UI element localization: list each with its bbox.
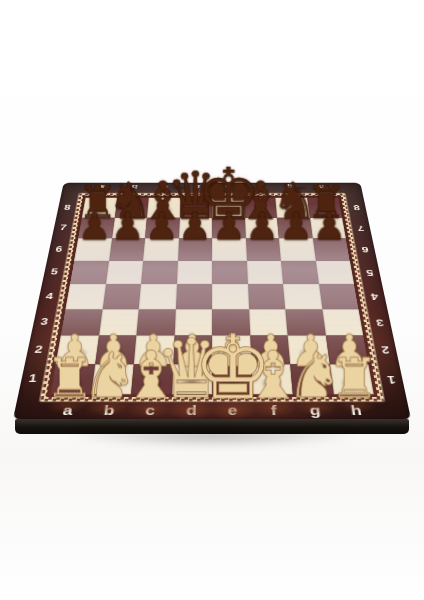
- square-e1: ♚: [212, 364, 252, 394]
- square-h8: ♜: [307, 198, 342, 218]
- square-g4: [283, 284, 322, 309]
- file-label-b: b: [87, 402, 130, 419]
- square-e5: [212, 261, 248, 284]
- rank-label-6: 6: [49, 238, 69, 260]
- square-d4: [175, 284, 212, 309]
- file-label-f: f: [243, 183, 275, 190]
- square-a7: ♟: [78, 217, 114, 238]
- square-a2: ♟: [56, 336, 99, 364]
- square-h6: [312, 238, 349, 260]
- rank-label-8: 8: [347, 198, 365, 218]
- rank-label-5: 5: [360, 260, 381, 283]
- square-f3: [249, 309, 288, 336]
- square-g1: ♞: [290, 364, 333, 394]
- square-a1: ♜: [50, 364, 95, 394]
- inner-border-gap: ♜♞♝♛♚♝♞♜♟♟♟♟♟♟♟♟♟♟♟♟♟♟♟♟♜♞♝♛♚♝♞♜: [46, 196, 377, 397]
- file-labels-top: abcdefgh: [87, 183, 337, 190]
- square-h1: ♜: [329, 364, 374, 394]
- square-d7: ♟: [179, 217, 212, 238]
- file-label-c: c: [149, 183, 181, 190]
- square-c2: ♟: [134, 336, 174, 364]
- rank-label-5: 5: [44, 260, 65, 283]
- square-h2: ♟: [325, 336, 368, 364]
- square-d5: [177, 261, 213, 284]
- square-a4: [66, 284, 106, 309]
- square-d6: [178, 238, 212, 260]
- piece-white-pawn: ♟: [133, 332, 173, 370]
- square-b8: ♞: [114, 198, 148, 218]
- square-a3: [61, 309, 102, 336]
- file-labels-bottom: abcdefgh: [46, 402, 378, 419]
- file-label-e: e: [212, 402, 254, 419]
- square-f8: ♝: [244, 198, 277, 218]
- file-label-d: d: [170, 402, 212, 419]
- square-h5: [315, 261, 354, 284]
- chessboard: abcdefgh abcdefgh 87654321 87654321 ♜♞♝♛…: [13, 183, 411, 420]
- rank-label-7: 7: [54, 217, 73, 238]
- square-h4: [319, 284, 359, 309]
- file-label-d: d: [181, 183, 212, 190]
- square-d8: ♛: [179, 198, 212, 218]
- rank-label-3: 3: [369, 309, 391, 336]
- piece-white-pawn: ♟: [212, 332, 252, 370]
- square-b6: [109, 238, 145, 260]
- board-shadow: [6, 431, 418, 453]
- photo-background: Standard chess starting position; dark w…: [0, 0, 424, 600]
- mosaic-inlay-border: ♜♞♝♛♚♝♞♜♟♟♟♟♟♟♟♟♟♟♟♟♟♟♟♟♜♞♝♛♚♝♞♜: [40, 193, 384, 401]
- rank-label-2: 2: [27, 335, 50, 363]
- file-label-a: a: [87, 183, 119, 190]
- square-f6: [245, 238, 280, 260]
- square-c4: [139, 284, 177, 309]
- square-d3: [174, 309, 212, 336]
- square-d2: ♟: [173, 336, 212, 364]
- square-h3: [322, 309, 363, 336]
- square-f5: [246, 261, 283, 284]
- square-g7: ♟: [277, 217, 312, 238]
- square-g2: ♟: [288, 336, 330, 364]
- file-label-b: b: [118, 183, 150, 190]
- square-h7: ♟: [310, 217, 346, 238]
- square-b3: [99, 309, 139, 336]
- square-e4: [212, 284, 249, 309]
- file-label-a: a: [46, 402, 90, 419]
- square-e6: [212, 238, 246, 260]
- square-c3: [136, 309, 175, 336]
- square-c8: ♝: [147, 198, 180, 218]
- rank-label-6: 6: [355, 238, 375, 260]
- file-label-h: h: [334, 402, 378, 419]
- square-g6: [279, 238, 315, 260]
- square-f4: [248, 284, 286, 309]
- piece-white-pawn: ♟: [94, 332, 134, 370]
- square-b7: ♟: [112, 217, 147, 238]
- file-label-c: c: [129, 402, 171, 419]
- board-grid: ♜♞♝♛♚♝♞♜♟♟♟♟♟♟♟♟♟♟♟♟♟♟♟♟♜♞♝♛♚♝♞♜: [50, 198, 374, 395]
- square-f7: ♟: [245, 217, 279, 238]
- square-b4: [102, 284, 141, 309]
- square-c6: [143, 238, 178, 260]
- file-label-e: e: [212, 183, 243, 190]
- piece-white-pawn: ♟: [55, 332, 95, 370]
- file-label-g: g: [294, 402, 337, 419]
- rank-label-8: 8: [58, 198, 76, 218]
- square-b5: [106, 261, 144, 284]
- square-f2: ♟: [250, 336, 290, 364]
- rank-label-1: 1: [379, 364, 403, 394]
- piece-white-pawn: ♟: [251, 332, 291, 370]
- square-d1: ♛: [172, 364, 212, 394]
- square-e2: ♟: [212, 336, 251, 364]
- piece-white-pawn: ♟: [172, 332, 212, 370]
- square-g5: [281, 261, 319, 284]
- square-b2: ♟: [95, 336, 137, 364]
- square-e8: ♚: [212, 198, 245, 218]
- rank-label-4: 4: [39, 284, 60, 309]
- rank-label-4: 4: [364, 284, 385, 309]
- chessboard-scene: abcdefgh abcdefgh 87654321 87654321 ♜♞♝♛…: [42, 114, 382, 454]
- file-label-f: f: [253, 402, 295, 419]
- rank-label-2: 2: [374, 335, 397, 363]
- square-c7: ♟: [145, 217, 179, 238]
- square-a8: ♜: [82, 198, 117, 218]
- square-a6: [74, 238, 111, 260]
- square-a5: [70, 261, 109, 284]
- square-c5: [141, 261, 178, 284]
- piece-white-pawn: ♟: [330, 332, 370, 370]
- square-e7: ♟: [212, 217, 245, 238]
- file-label-h: h: [305, 183, 337, 190]
- square-f1: ♝: [251, 364, 293, 394]
- square-g8: ♞: [275, 198, 309, 218]
- file-label-g: g: [274, 183, 306, 190]
- piece-white-pawn: ♟: [290, 332, 330, 370]
- square-b1: ♞: [91, 364, 134, 394]
- square-g3: [285, 309, 325, 336]
- rank-label-7: 7: [351, 217, 370, 238]
- square-c1: ♝: [131, 364, 173, 394]
- square-e3: [212, 309, 250, 336]
